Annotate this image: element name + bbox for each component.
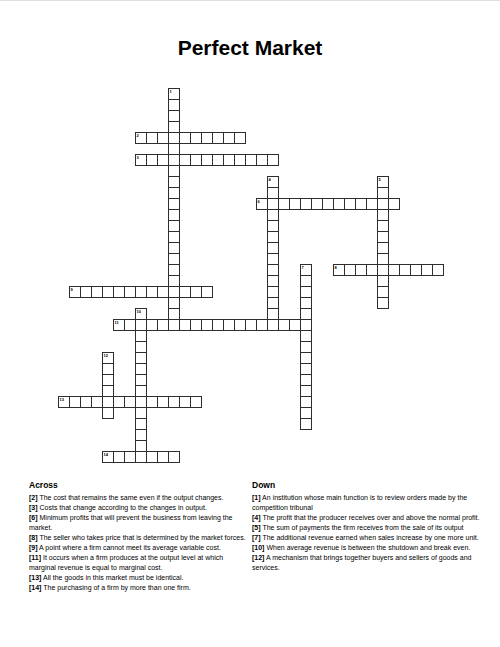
clue-number-label: [9] [29,544,38,551]
page: { "game": "crossword", "title": "Perfect… [0,0,500,647]
page-top-edge [0,0,500,1]
start-number-5: 5 [379,178,381,182]
across-clue-2: [2] The cost that remains the same even … [29,493,249,503]
start-number-3: 3 [137,156,139,160]
across-clue-8: [8] The seller who takes price that is d… [29,533,249,543]
cell-r6-c19[interactable] [267,154,279,166]
start-number-8: 8 [335,266,337,270]
start-number-11: 11 [115,321,119,325]
across-clue-11: [11] It occurs when a firm produces at t… [29,553,249,573]
across-clue-3: [3] Costs that change according to the c… [29,503,249,513]
start-number-9: 9 [71,288,73,292]
clue-number-label: [11] [29,554,41,561]
clue-number-label: [3] [29,504,38,511]
clue-number-label: [2] [29,494,38,501]
across-clue-9: [9] A point where a firm cannot meet its… [29,543,249,553]
start-number-1: 1 [170,90,172,94]
start-number-7: 7 [302,266,304,270]
down-clue-7: [7] The additional revenue earned when s… [252,533,482,543]
down-clue-1: [1] An institution whose main function i… [252,493,482,513]
start-number-4: 4 [269,178,271,182]
down-clue-5: [5] The sum of payments the firm receive… [252,523,482,533]
clue-number-label: [1] [252,494,261,501]
start-number-13: 13 [60,398,64,402]
cell-r10-c30[interactable] [388,198,400,210]
cell-r33-c10[interactable] [168,451,180,463]
clue-number-label: [10] [252,544,264,551]
cell-r16-c34[interactable] [432,264,444,276]
clue-number-label: [8] [29,534,38,541]
cell-r19-c29[interactable] [377,297,389,309]
puzzle-title: Perfect Market [0,36,500,60]
cell-r18-c13[interactable] [201,286,213,298]
down-clues: Down [1] An institution whose main funct… [252,480,482,573]
start-number-6: 6 [258,200,260,204]
clue-number-label: [4] [252,514,261,521]
down-clue-10: [10] When average revenue is between the… [252,543,482,553]
start-number-10: 10 [137,310,141,314]
down-header: Down [252,480,482,490]
down-clue-12: [12] A mechanism that brings together bu… [252,553,482,573]
cell-r29-c4[interactable] [102,407,114,419]
start-number-14: 14 [104,453,108,457]
clue-number-label: [13] [29,574,41,581]
across-clue-13: [13] All the goods in this market must b… [29,573,249,583]
clue-number-label: [5] [252,524,261,531]
cell-r28-c12[interactable] [190,396,202,408]
across-header: Across [29,480,249,490]
crossword-grid: 1234567891011121314 [58,88,444,463]
cell-r30-c22[interactable] [300,418,312,430]
clue-number-label: [6] [29,514,38,521]
across-clue-14: [14] The purchasing of a firm by more th… [29,583,249,593]
across-clue-6: [6] Minimum profits that will prevent th… [29,513,249,533]
clue-number-label: [12] [252,554,264,561]
across-clues: Across [2] The cost that remains the sam… [29,480,249,593]
clue-number-label: [14] [29,584,41,591]
cell-r4-c16[interactable] [234,132,246,144]
down-clue-4: [4] The profit that the producer receive… [252,513,482,523]
clue-number-label: [7] [252,534,261,541]
start-number-2: 2 [137,134,139,138]
start-number-12: 12 [104,354,108,358]
